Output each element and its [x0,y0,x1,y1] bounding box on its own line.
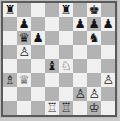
chess-board: ♜♜♚♟♟♟♟♛♟♞♙♝♘♗♕♙♙♙♖♖♔ [1,1,117,117]
square-g5[interactable] [87,45,101,59]
square-e6[interactable] [59,31,73,45]
square-a8[interactable]: ♜ [3,3,17,17]
square-f2[interactable]: ♙ [73,87,87,101]
white-knight-icon: ♘ [60,59,71,73]
black-bishop-icon: ♝ [46,59,57,73]
white-rook-icon: ♖ [60,101,71,115]
white-pawn-icon: ♙ [18,45,29,59]
square-b3[interactable]: ♕ [17,73,31,87]
square-e4[interactable]: ♘ [59,59,73,73]
square-c1[interactable] [31,101,45,115]
square-d4[interactable]: ♝ [45,59,59,73]
square-f6[interactable] [73,31,87,45]
square-c8[interactable] [31,3,45,17]
square-c4[interactable] [31,59,45,73]
black-pawn-icon: ♟ [102,17,113,31]
square-f7[interactable]: ♟ [73,17,87,31]
square-b5[interactable]: ♙ [17,45,31,59]
square-a5[interactable] [3,45,17,59]
square-a7[interactable] [3,17,17,31]
black-queen-icon: ♛ [18,31,29,45]
square-a3[interactable]: ♗ [3,73,17,87]
white-pawn-icon: ♙ [102,73,113,87]
square-f5[interactable] [73,45,87,59]
square-h2[interactable] [101,87,115,101]
square-a6[interactable] [3,31,17,45]
square-e3[interactable] [59,73,73,87]
square-d1[interactable]: ♖ [45,101,59,115]
square-e8[interactable]: ♜ [59,3,73,17]
white-pawn-icon: ♙ [88,87,99,101]
square-a1[interactable] [3,101,17,115]
white-king-icon: ♔ [88,101,99,115]
white-queen-icon: ♕ [18,73,29,87]
black-pawn-icon: ♟ [74,17,85,31]
black-king-icon: ♚ [88,3,99,17]
white-bishop-icon: ♗ [4,73,15,87]
square-e7[interactable] [59,17,73,31]
square-h6[interactable] [101,31,115,45]
square-g1[interactable]: ♔ [87,101,101,115]
chess-diagram: ♜♜♚♟♟♟♟♛♟♞♙♝♘♗♕♙♙♙♖♖♔ [0,0,120,121]
white-rook-icon: ♖ [46,101,57,115]
black-rook-icon: ♜ [60,3,71,17]
square-b1[interactable] [17,101,31,115]
square-d7[interactable] [45,17,59,31]
square-c5[interactable] [31,45,45,59]
square-f1[interactable] [73,101,87,115]
square-e1[interactable]: ♖ [59,101,73,115]
black-pawn-icon: ♟ [88,17,99,31]
square-d6[interactable] [45,31,59,45]
black-pawn-icon: ♟ [32,31,43,45]
square-c3[interactable] [31,73,45,87]
square-c2[interactable] [31,87,45,101]
square-h5[interactable] [101,45,115,59]
square-c6[interactable]: ♟ [31,31,45,45]
black-knight-icon: ♞ [88,31,99,45]
square-g4[interactable] [87,59,101,73]
square-b2[interactable] [17,87,31,101]
square-h3[interactable]: ♙ [101,73,115,87]
square-g6[interactable]: ♞ [87,31,101,45]
black-rook-icon: ♜ [4,3,15,17]
square-h1[interactable] [101,101,115,115]
square-h7[interactable]: ♟ [101,17,115,31]
white-pawn-icon: ♙ [74,87,85,101]
black-pawn-icon: ♟ [18,17,29,31]
square-f4[interactable] [73,59,87,73]
square-d3[interactable] [45,73,59,87]
square-d8[interactable] [45,3,59,17]
square-a2[interactable] [3,87,17,101]
